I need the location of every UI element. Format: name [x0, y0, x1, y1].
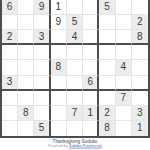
cell-r2c3[interactable] — [34, 15, 50, 30]
cell-r6c4[interactable] — [51, 76, 67, 91]
cell-r9c2[interactable] — [18, 121, 34, 136]
cell-r8c2[interactable]: 8 — [18, 106, 34, 121]
cell-r9c5[interactable] — [67, 121, 83, 136]
cell-r1c5[interactable] — [67, 0, 83, 15]
cell-r8c8[interactable] — [116, 106, 132, 121]
powered-by-line: Powered by Sudoku-Puzzles.net — [29, 144, 122, 148]
cell-r9c3[interactable]: 5 — [34, 121, 50, 136]
cell-r3c3[interactable]: 3 — [34, 30, 50, 45]
cell-r9c6[interactable] — [83, 121, 99, 136]
powered-by-text: Powered by — [48, 144, 69, 148]
cell-r7c3[interactable] — [34, 91, 50, 106]
cell-r4c4[interactable] — [51, 45, 67, 60]
cell-r7c7[interactable] — [99, 91, 115, 106]
cell-r1c2[interactable] — [18, 0, 34, 15]
cell-r1c3[interactable]: 9 — [34, 0, 50, 15]
cell-r2c7[interactable] — [99, 15, 115, 30]
cell-r6c8[interactable] — [116, 76, 132, 91]
cell-r2c2[interactable] — [18, 15, 34, 30]
cell-r2c1[interactable] — [2, 15, 18, 30]
cell-r7c2[interactable] — [18, 91, 34, 106]
cell-r8c6[interactable]: 1 — [83, 106, 99, 121]
cell-r9c8[interactable] — [116, 121, 132, 136]
cell-r1c7[interactable]: 5 — [99, 0, 115, 15]
cell-r6c2[interactable] — [18, 76, 34, 91]
cell-r8c3[interactable] — [34, 106, 50, 121]
cell-r2c6[interactable] — [83, 15, 99, 30]
cell-r4c5[interactable] — [67, 45, 83, 60]
powered-by-link[interactable]: Sudoku-Puzzles.net — [69, 144, 102, 148]
cell-r5c9[interactable] — [132, 60, 148, 75]
cell-r4c7[interactable] — [99, 45, 115, 60]
cell-r2c4[interactable]: 9 — [51, 15, 67, 30]
cell-r1c9[interactable] — [132, 0, 148, 15]
cell-r8c4[interactable] — [51, 106, 67, 121]
cell-r3c9[interactable]: 8 — [132, 30, 148, 45]
cell-r5c4[interactable]: 8 — [51, 60, 67, 75]
cell-r1c8[interactable] — [116, 0, 132, 15]
cell-r5c2[interactable] — [18, 60, 34, 75]
cell-r3c6[interactable] — [83, 30, 99, 45]
cell-r1c6[interactable] — [83, 0, 99, 15]
cell-r2c8[interactable] — [116, 15, 132, 30]
cell-r5c6[interactable] — [83, 60, 99, 75]
cell-r3c1[interactable]: 2 — [2, 30, 18, 45]
cell-r5c3[interactable] — [34, 60, 50, 75]
cell-r2c5[interactable]: 5 — [67, 15, 83, 30]
cell-r7c9[interactable] — [132, 91, 148, 106]
cell-r1c4[interactable]: 1 — [51, 0, 67, 15]
sudoku-board: 691595223488436787123581 — [0, 0, 150, 138]
cell-r7c6[interactable] — [83, 91, 99, 106]
cell-r3c2[interactable] — [18, 30, 34, 45]
cell-r8c1[interactable] — [2, 106, 18, 121]
cell-r6c6[interactable]: 6 — [83, 76, 99, 91]
cell-r7c5[interactable] — [67, 91, 83, 106]
cell-r2c9[interactable]: 2 — [132, 15, 148, 30]
cell-r4c2[interactable] — [18, 45, 34, 60]
cell-r3c7[interactable] — [99, 30, 115, 45]
puzzle-title: Thanksgiving Sudoku — [17, 139, 134, 144]
cell-r4c6[interactable] — [83, 45, 99, 60]
cell-r1c1[interactable]: 6 — [2, 0, 18, 15]
cell-r9c1[interactable] — [2, 121, 18, 136]
cell-r4c1[interactable] — [2, 45, 18, 60]
cell-r6c3[interactable] — [34, 76, 50, 91]
cell-r3c5[interactable]: 4 — [67, 30, 83, 45]
cell-r9c9[interactable]: 1 — [132, 121, 148, 136]
cell-r8c5[interactable]: 7 — [67, 106, 83, 121]
cell-r6c5[interactable] — [67, 76, 83, 91]
cell-r8c7[interactable]: 2 — [99, 106, 115, 121]
cell-r9c7[interactable]: 8 — [99, 121, 115, 136]
cell-r8c9[interactable]: 3 — [132, 106, 148, 121]
cell-r5c7[interactable] — [99, 60, 115, 75]
cell-r5c1[interactable] — [2, 60, 18, 75]
cell-r9c4[interactable] — [51, 121, 67, 136]
cell-r4c3[interactable] — [34, 45, 50, 60]
cell-r5c8[interactable]: 4 — [116, 60, 132, 75]
cell-r7c1[interactable] — [2, 91, 18, 106]
cell-r3c4[interactable] — [51, 30, 67, 45]
cell-r4c9[interactable] — [132, 45, 148, 60]
cell-r7c8[interactable]: 7 — [116, 91, 132, 106]
cell-r5c5[interactable] — [67, 60, 83, 75]
cell-r7c4[interactable] — [51, 91, 67, 106]
cell-r6c1[interactable]: 3 — [2, 76, 18, 91]
cell-r3c8[interactable] — [116, 30, 132, 45]
cell-r6c9[interactable] — [132, 76, 148, 91]
cell-r6c7[interactable] — [99, 76, 115, 91]
cell-r4c8[interactable] — [116, 45, 132, 60]
